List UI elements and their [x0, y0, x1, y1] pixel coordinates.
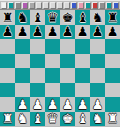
- square-e3[interactable]: [60, 83, 75, 98]
- square-g3[interactable]: [90, 83, 105, 98]
- piece-white-knight-b1[interactable]: ♞: [17, 112, 29, 125]
- square-h3[interactable]: [105, 83, 120, 98]
- square-f7[interactable]: ♟: [75, 25, 90, 40]
- piece-black-king-e8[interactable]: ♚: [62, 11, 74, 24]
- nav-last-icon[interactable]: [64, 2, 70, 9]
- chess-board: ♜♞♝♛♚♝♞♜♟♟♟♟♟♟♟♟♟♟♟♟♟♟♜♞♝♛♚♝♞♜: [0, 10, 120, 126]
- piece-white-pawn-f2[interactable]: ♟: [77, 98, 89, 111]
- square-c5[interactable]: [30, 54, 45, 69]
- piece-white-knight-g1[interactable]: ♞: [92, 112, 104, 125]
- square-b6[interactable]: [15, 39, 30, 54]
- piece-black-rook-h8[interactable]: ♜: [107, 11, 119, 24]
- print-icon[interactable]: [22, 2, 28, 9]
- square-h8[interactable]: ♜: [105, 10, 120, 25]
- square-a2[interactable]: [0, 97, 15, 112]
- piece-black-rook-a8[interactable]: ♜: [2, 11, 14, 24]
- piece-white-rook-h1[interactable]: ♜: [107, 112, 119, 125]
- square-e5[interactable]: [60, 54, 75, 69]
- square-d6[interactable]: [45, 39, 60, 54]
- help-icon[interactable]: [113, 2, 119, 9]
- square-e7[interactable]: ♟: [60, 25, 75, 40]
- square-a8[interactable]: ♜: [0, 10, 15, 25]
- square-c1[interactable]: ♝: [30, 112, 45, 127]
- nav-stop-icon[interactable]: [50, 2, 56, 9]
- square-e2[interactable]: ♟: [60, 97, 75, 112]
- piece-white-pawn-e2[interactable]: ♟: [62, 98, 74, 111]
- square-d5[interactable]: [45, 54, 60, 69]
- square-e1[interactable]: ♚: [60, 112, 75, 127]
- square-a5[interactable]: [0, 54, 15, 69]
- piece-white-bishop-c1[interactable]: ♝: [32, 112, 44, 125]
- piece-black-pawn-g7[interactable]: ♟: [92, 25, 104, 38]
- piece-white-pawn-c2[interactable]: ♟: [32, 98, 44, 111]
- square-h1[interactable]: ♜: [105, 112, 120, 127]
- square-b7[interactable]: ♟: [15, 25, 30, 40]
- square-d4[interactable]: [45, 68, 60, 83]
- square-g8[interactable]: ♞: [90, 10, 105, 25]
- square-a4[interactable]: [0, 68, 15, 83]
- square-f6[interactable]: [75, 39, 90, 54]
- square-b1[interactable]: ♞: [15, 112, 30, 127]
- analyze-icon[interactable]: [78, 2, 84, 9]
- piece-black-pawn-f7[interactable]: ♟: [77, 25, 89, 38]
- square-g6[interactable]: [90, 39, 105, 54]
- piece-white-pawn-d2[interactable]: ♟: [47, 98, 59, 111]
- square-f1[interactable]: ♝: [75, 112, 90, 127]
- square-b2[interactable]: ♟: [15, 97, 30, 112]
- square-a1[interactable]: ♜: [0, 112, 15, 127]
- piece-white-pawn-b2[interactable]: ♟: [17, 98, 29, 111]
- square-c6[interactable]: [30, 39, 45, 54]
- square-b4[interactable]: [15, 68, 30, 83]
- piece-black-knight-b8[interactable]: ♞: [17, 11, 29, 24]
- square-h6[interactable]: [105, 39, 120, 54]
- square-f4[interactable]: [75, 68, 90, 83]
- toolbar: [0, 0, 120, 10]
- flip-board-icon[interactable]: [106, 2, 112, 9]
- square-h4[interactable]: [105, 68, 120, 83]
- square-d3[interactable]: [45, 83, 60, 98]
- square-d2[interactable]: ♟: [45, 97, 60, 112]
- square-h5[interactable]: [105, 54, 120, 69]
- square-f2[interactable]: ♟: [75, 97, 90, 112]
- piece-black-pawn-h7[interactable]: ♟: [107, 25, 119, 38]
- square-g5[interactable]: [90, 54, 105, 69]
- square-c3[interactable]: [30, 83, 45, 98]
- square-a3[interactable]: [0, 83, 15, 98]
- piece-white-rook-a1[interactable]: ♜: [2, 112, 14, 125]
- piece-black-pawn-d7[interactable]: ♟: [47, 25, 59, 38]
- new-game-icon[interactable]: [1, 2, 7, 9]
- square-b5[interactable]: [15, 54, 30, 69]
- clock-icon[interactable]: [99, 2, 105, 9]
- chess-app-window: ♜♞♝♛♚♝♞♜♟♟♟♟♟♟♟♟♟♟♟♟♟♟♜♞♝♛♚♝♞♜: [0, 0, 120, 126]
- open-icon[interactable]: [8, 2, 14, 9]
- square-f3[interactable]: [75, 83, 90, 98]
- square-d8[interactable]: ♛: [45, 10, 60, 25]
- piece-black-pawn-e7[interactable]: ♟: [62, 25, 74, 38]
- square-d1[interactable]: ♛: [45, 112, 60, 127]
- square-a6[interactable]: [0, 39, 15, 54]
- engine-icon[interactable]: [71, 2, 77, 9]
- square-g2[interactable]: ♟: [90, 97, 105, 112]
- square-b3[interactable]: [15, 83, 30, 98]
- piece-white-king-e1[interactable]: ♚: [62, 112, 74, 125]
- piece-white-bishop-f1[interactable]: ♝: [77, 112, 89, 125]
- nav-first-icon[interactable]: [36, 2, 42, 9]
- square-a7[interactable]: ♟: [0, 25, 15, 40]
- piece-white-pawn-g2[interactable]: ♟: [92, 98, 104, 111]
- piece-white-queen-d1[interactable]: ♛: [47, 112, 59, 125]
- square-e4[interactable]: [60, 68, 75, 83]
- piece-black-bishop-f8[interactable]: ♝: [77, 11, 89, 24]
- piece-black-queen-d8[interactable]: ♛: [47, 11, 59, 24]
- square-c8[interactable]: ♝: [30, 10, 45, 25]
- piece-black-pawn-c7[interactable]: ♟: [32, 25, 44, 38]
- square-g4[interactable]: [90, 68, 105, 83]
- square-g1[interactable]: ♞: [90, 112, 105, 127]
- square-c2[interactable]: ♟: [30, 97, 45, 112]
- square-f5[interactable]: [75, 54, 90, 69]
- settings-icon[interactable]: [92, 2, 98, 9]
- nav-back-icon[interactable]: [43, 2, 49, 9]
- square-c7[interactable]: ♟: [30, 25, 45, 40]
- square-e6[interactable]: [60, 39, 75, 54]
- copy-icon[interactable]: [29, 2, 35, 9]
- square-b8[interactable]: ♞: [15, 10, 30, 25]
- square-c4[interactable]: [30, 68, 45, 83]
- square-d7[interactable]: ♟: [45, 25, 60, 40]
- save-icon[interactable]: [15, 2, 21, 9]
- nav-forward-icon[interactable]: [57, 2, 63, 9]
- square-h7[interactable]: ♟: [105, 25, 120, 40]
- piece-black-pawn-b7[interactable]: ♟: [17, 25, 29, 38]
- square-f8[interactable]: ♝: [75, 10, 90, 25]
- square-h2[interactable]: [105, 97, 120, 112]
- piece-black-knight-g8[interactable]: ♞: [92, 11, 104, 24]
- square-e8[interactable]: ♚: [60, 10, 75, 25]
- square-g7[interactable]: ♟: [90, 25, 105, 40]
- piece-black-pawn-a7[interactable]: ♟: [2, 25, 14, 38]
- board-style-icon[interactable]: [85, 2, 91, 9]
- piece-black-bishop-c8[interactable]: ♝: [32, 11, 44, 24]
